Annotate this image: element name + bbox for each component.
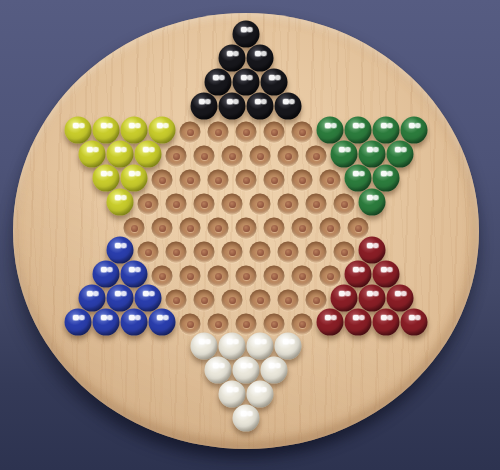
board-hole[interactable] xyxy=(194,146,215,167)
board-cell xyxy=(274,288,302,312)
board-hole[interactable] xyxy=(236,218,257,239)
marble-black[interactable] xyxy=(247,93,274,120)
marble-blue[interactable] xyxy=(93,309,120,336)
board-cell xyxy=(344,312,372,336)
board-cell xyxy=(302,192,330,216)
board-cell xyxy=(148,216,176,240)
board-hole[interactable] xyxy=(236,122,257,143)
marble-yellow[interactable] xyxy=(149,117,176,144)
marble-black[interactable] xyxy=(233,21,260,48)
marble-blue[interactable] xyxy=(93,261,120,288)
board-hole[interactable] xyxy=(194,242,215,263)
marble-blue[interactable] xyxy=(121,309,148,336)
board-hole[interactable] xyxy=(208,314,229,335)
marble-blue[interactable] xyxy=(135,285,162,312)
board-hole[interactable] xyxy=(334,194,355,215)
marble-yellow[interactable] xyxy=(121,165,148,192)
board-hole[interactable] xyxy=(250,194,271,215)
board-cell xyxy=(274,192,302,216)
board-hole[interactable] xyxy=(180,314,201,335)
board-hole[interactable] xyxy=(264,266,285,287)
board-cell xyxy=(64,312,92,336)
board-cell xyxy=(260,264,288,288)
board-cell xyxy=(316,168,344,192)
marble-yellow[interactable] xyxy=(65,117,92,144)
board-hole[interactable] xyxy=(236,314,257,335)
board-cell xyxy=(274,240,302,264)
board-cell xyxy=(190,240,218,264)
board-hole[interactable] xyxy=(320,218,341,239)
board-cell xyxy=(218,192,246,216)
marble-white[interactable] xyxy=(247,381,274,408)
board-hole[interactable] xyxy=(236,170,257,191)
chinese-checkers-board xyxy=(13,13,479,449)
marble-yellow[interactable] xyxy=(93,117,120,144)
board-hole[interactable] xyxy=(124,218,145,239)
board-hole[interactable] xyxy=(222,146,243,167)
marble-yellow[interactable] xyxy=(121,117,148,144)
board-hole[interactable] xyxy=(334,242,355,263)
board-cell xyxy=(372,312,400,336)
marble-yellow[interactable] xyxy=(135,141,162,168)
board-cell xyxy=(190,288,218,312)
board-hole[interactable] xyxy=(320,266,341,287)
board-cell xyxy=(162,144,190,168)
board-hole[interactable] xyxy=(306,290,327,311)
board-cell xyxy=(330,192,358,216)
board-hole[interactable] xyxy=(278,290,299,311)
board-hole[interactable] xyxy=(222,290,243,311)
marble-blue[interactable] xyxy=(65,309,92,336)
board-cell xyxy=(204,264,232,288)
board-cell xyxy=(148,312,176,336)
board-hole[interactable] xyxy=(264,314,285,335)
board-hole[interactable] xyxy=(306,146,327,167)
marble-green[interactable] xyxy=(317,117,344,144)
board-cell xyxy=(204,120,232,144)
marble-green[interactable] xyxy=(401,117,428,144)
board-hole[interactable] xyxy=(180,122,201,143)
board-cell xyxy=(204,168,232,192)
board-cell xyxy=(302,240,330,264)
board-hole[interactable] xyxy=(208,170,229,191)
board-hole[interactable] xyxy=(166,242,187,263)
board-hole[interactable] xyxy=(180,266,201,287)
board-hole[interactable] xyxy=(278,146,299,167)
board-cell xyxy=(288,168,316,192)
marble-red[interactable] xyxy=(373,261,400,288)
board-cell xyxy=(92,312,120,336)
board-cell xyxy=(288,216,316,240)
marble-blue[interactable] xyxy=(121,261,148,288)
board-hole[interactable] xyxy=(292,314,313,335)
board-hole[interactable] xyxy=(278,242,299,263)
board-hole[interactable] xyxy=(152,218,173,239)
board-hole[interactable] xyxy=(138,194,159,215)
board-cell xyxy=(302,144,330,168)
board-hole[interactable] xyxy=(166,290,187,311)
marble-green[interactable] xyxy=(387,141,414,168)
board-hole[interactable] xyxy=(292,170,313,191)
marble-yellow[interactable] xyxy=(107,141,134,168)
board-cell xyxy=(232,216,260,240)
board-hole[interactable] xyxy=(180,170,201,191)
marble-white[interactable] xyxy=(205,357,232,384)
board-cell xyxy=(218,288,246,312)
board-cell xyxy=(246,144,274,168)
marble-blue[interactable] xyxy=(107,285,134,312)
board-hole[interactable] xyxy=(348,218,369,239)
table-cloth xyxy=(0,0,500,470)
board-hole[interactable] xyxy=(138,242,159,263)
board-cell xyxy=(316,216,344,240)
board-hole[interactable] xyxy=(208,122,229,143)
board-hole[interactable] xyxy=(306,242,327,263)
marble-blue[interactable] xyxy=(107,237,134,264)
board-hole[interactable] xyxy=(222,242,243,263)
board-cell xyxy=(218,240,246,264)
marble-red[interactable] xyxy=(373,309,400,336)
board-cell xyxy=(148,168,176,192)
board-cell xyxy=(218,96,246,120)
marble-blue[interactable] xyxy=(79,285,106,312)
marble-white[interactable] xyxy=(191,333,218,360)
board-cell xyxy=(260,120,288,144)
board-cell xyxy=(176,168,204,192)
marble-white[interactable] xyxy=(261,357,288,384)
board-hole[interactable] xyxy=(250,242,271,263)
board-hole[interactable] xyxy=(264,122,285,143)
board-cell xyxy=(260,168,288,192)
board-hole[interactable] xyxy=(180,218,201,239)
board-hole[interactable] xyxy=(250,290,271,311)
board-cell xyxy=(134,192,162,216)
marble-white[interactable] xyxy=(247,333,274,360)
marble-green[interactable] xyxy=(331,141,358,168)
marble-yellow[interactable] xyxy=(93,165,120,192)
marble-black[interactable] xyxy=(191,93,218,120)
board-cell xyxy=(246,96,274,120)
marble-red[interactable] xyxy=(359,285,386,312)
marble-white[interactable] xyxy=(233,405,260,432)
board-cell xyxy=(358,192,386,216)
marble-black[interactable] xyxy=(205,69,232,96)
board-cell xyxy=(288,264,316,288)
board-hole[interactable] xyxy=(306,194,327,215)
marble-white[interactable] xyxy=(219,333,246,360)
board-cell xyxy=(204,216,232,240)
board-cell xyxy=(274,96,302,120)
board-hole[interactable] xyxy=(152,266,173,287)
board-grid xyxy=(50,24,442,432)
board-hole[interactable] xyxy=(278,194,299,215)
board-cell xyxy=(246,192,274,216)
marble-white[interactable] xyxy=(233,357,260,384)
marble-red[interactable] xyxy=(331,285,358,312)
marble-red[interactable] xyxy=(345,261,372,288)
board-cell xyxy=(162,192,190,216)
marble-black[interactable] xyxy=(275,93,302,120)
board-cell xyxy=(120,312,148,336)
board-hole[interactable] xyxy=(264,218,285,239)
board-cell xyxy=(400,312,428,336)
marble-red[interactable] xyxy=(359,237,386,264)
board-hole[interactable] xyxy=(152,170,173,191)
board-hole[interactable] xyxy=(236,266,257,287)
board-hole[interactable] xyxy=(320,170,341,191)
marble-yellow[interactable] xyxy=(79,141,106,168)
board-cell xyxy=(190,144,218,168)
marble-green[interactable] xyxy=(345,117,372,144)
marble-green[interactable] xyxy=(359,141,386,168)
board-hole[interactable] xyxy=(208,266,229,287)
marble-white[interactable] xyxy=(275,333,302,360)
marble-green[interactable] xyxy=(373,117,400,144)
board-cell xyxy=(232,120,260,144)
board-hole[interactable] xyxy=(166,194,187,215)
marble-white[interactable] xyxy=(219,381,246,408)
board-hole[interactable] xyxy=(222,194,243,215)
board-cell xyxy=(176,264,204,288)
board-cell xyxy=(316,312,344,336)
board-hole[interactable] xyxy=(166,146,187,167)
marble-black[interactable] xyxy=(219,93,246,120)
marble-black[interactable] xyxy=(261,69,288,96)
board-hole[interactable] xyxy=(194,290,215,311)
marble-green[interactable] xyxy=(373,165,400,192)
board-hole[interactable] xyxy=(264,170,285,191)
board-cell xyxy=(260,216,288,240)
marble-green[interactable] xyxy=(359,189,386,216)
board-cell xyxy=(162,240,190,264)
board-cell xyxy=(232,408,260,432)
board-hole[interactable] xyxy=(292,266,313,287)
marble-yellow[interactable] xyxy=(107,189,134,216)
board-cell xyxy=(288,120,316,144)
board-cell xyxy=(218,144,246,168)
board-hole[interactable] xyxy=(292,218,313,239)
board-cell xyxy=(246,288,274,312)
marble-red[interactable] xyxy=(345,309,372,336)
board-hole[interactable] xyxy=(194,194,215,215)
board-cell xyxy=(232,264,260,288)
board-hole[interactable] xyxy=(208,218,229,239)
marble-red[interactable] xyxy=(317,309,344,336)
board-cell xyxy=(190,96,218,120)
board-hole[interactable] xyxy=(292,122,313,143)
board-cell xyxy=(176,216,204,240)
board-hole[interactable] xyxy=(250,146,271,167)
marble-black[interactable] xyxy=(219,45,246,72)
marble-black[interactable] xyxy=(247,45,274,72)
board-cell xyxy=(232,168,260,192)
marble-black[interactable] xyxy=(233,69,260,96)
board-cell xyxy=(176,120,204,144)
board-cell xyxy=(274,144,302,168)
marble-red[interactable] xyxy=(387,285,414,312)
board-cell xyxy=(106,192,134,216)
marble-red[interactable] xyxy=(401,309,428,336)
board-cell xyxy=(246,240,274,264)
marble-green[interactable] xyxy=(345,165,372,192)
marble-blue[interactable] xyxy=(149,309,176,336)
board-cell xyxy=(190,192,218,216)
